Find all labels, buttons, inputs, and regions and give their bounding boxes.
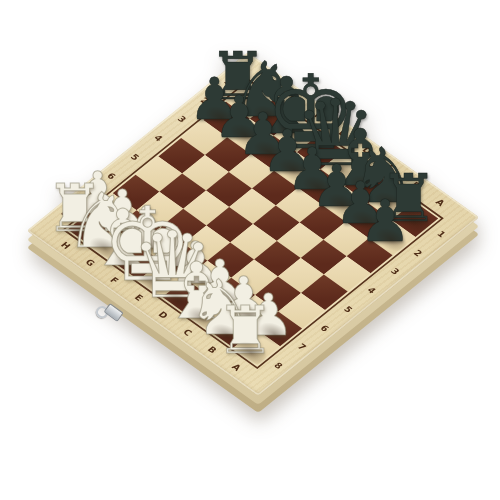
rank-label: 5	[342, 305, 354, 314]
product-photo-chess-set: HGFEDCBAHGFEDCBA1234567812345678 ♜♞♝♚♛♝♞…	[0, 0, 500, 500]
board-top: HGFEDCBAHGFEDCBA1234567812345678 ♜♞♝♚♛♝♞…	[27, 52, 479, 396]
rank-label: 3	[389, 267, 401, 276]
pieces-layer: ♜♞♝♚♛♝♞♜♟♟♟♟♟♟♟♟♟♟♟♟♟♟♟♟♜♞♝♚♛♝♞♜	[248, 52, 479, 217]
rank-label: 4	[152, 134, 164, 143]
rank-label: 2	[412, 248, 424, 257]
rank-label: 5	[129, 153, 141, 162]
folding-chess-board: HGFEDCBAHGFEDCBA1234567812345678 ♜♞♝♚♛♝♞…	[0, 0, 500, 500]
rank-label: 4	[365, 286, 377, 295]
